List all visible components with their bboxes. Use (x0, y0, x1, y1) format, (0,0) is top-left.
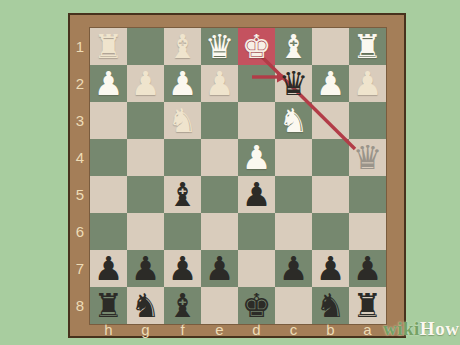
piece-bP-c7: ♟ (279, 250, 309, 287)
piece-bP-a7: ♟ (353, 250, 383, 287)
piece-wP-g2: ♟ (131, 65, 161, 102)
piece-bB-f5: ♝ (168, 176, 198, 213)
piece-bN-g8: ♞ (131, 287, 161, 324)
piece-bQ-c2: ♛ (279, 65, 309, 102)
square-c8 (275, 287, 312, 324)
square-h7: ♟ (90, 250, 127, 287)
piece-bB-f8: ♝ (168, 287, 198, 324)
rank-label-2: 2 (70, 65, 90, 102)
square-f5: ♝ (164, 176, 201, 213)
square-e6 (201, 213, 238, 250)
rank-label-7: 7 (70, 250, 90, 287)
square-c1: ♝ (275, 28, 312, 65)
piece-bP-d5: ♟ (242, 176, 272, 213)
square-e5 (201, 176, 238, 213)
square-d3 (238, 102, 275, 139)
square-f4 (164, 139, 201, 176)
square-g1 (127, 28, 164, 65)
square-a5 (349, 176, 386, 213)
square-a3 (349, 102, 386, 139)
piece-wP-e2: ♟ (205, 65, 235, 102)
piece-wQ-e1: ♛ (205, 28, 235, 65)
piece-bK-d8: ♚ (242, 287, 272, 324)
square-d2 (238, 65, 275, 102)
square-a2: ♟ (349, 65, 386, 102)
square-b6 (312, 213, 349, 250)
square-h8: ♜ (90, 287, 127, 324)
square-f6 (164, 213, 201, 250)
wikihow-watermark: wikiHow (383, 318, 459, 340)
square-a4: ♛ (349, 139, 386, 176)
piece-bP-b7: ♟ (316, 250, 346, 287)
rank-label-3: 3 (70, 102, 90, 139)
file-label-a: a (349, 323, 386, 337)
square-a6 (349, 213, 386, 250)
board-grid: ♜♝♛♚♝♜♟♟♟♟♛♟♟♞♞♟♛♝♟♟♟♟♟♟♟♟♜♞♝♚♞♜ (90, 28, 386, 324)
square-b3 (312, 102, 349, 139)
file-label-g: g (127, 323, 164, 337)
square-b7: ♟ (312, 250, 349, 287)
piece-wP-d4: ♟ (242, 139, 272, 176)
rank-label-6: 6 (70, 213, 90, 250)
square-d8: ♚ (238, 287, 275, 324)
rank-label-4: 4 (70, 139, 90, 176)
square-g4 (127, 139, 164, 176)
square-f8: ♝ (164, 287, 201, 324)
watermark-wiki-text: wiki (383, 318, 420, 339)
piece-bN-b8: ♞ (316, 287, 346, 324)
file-label-d: d (238, 323, 275, 337)
piece-bR-a8: ♜ (353, 287, 383, 324)
watermark-how-text: How (420, 318, 460, 339)
square-c7: ♟ (275, 250, 312, 287)
square-g3 (127, 102, 164, 139)
piece-bP-e7: ♟ (205, 250, 235, 287)
piece-wP-h2: ♟ (94, 65, 124, 102)
rank-label-1: 1 (70, 28, 90, 65)
piece-wN-c3: ♞ (279, 102, 309, 139)
piece-bP-f7: ♟ (168, 250, 198, 287)
square-h5 (90, 176, 127, 213)
square-e4 (201, 139, 238, 176)
piece-wB-f1: ♝ (168, 28, 198, 65)
square-e3 (201, 102, 238, 139)
square-f1: ♝ (164, 28, 201, 65)
piece-wP-f2: ♟ (168, 65, 198, 102)
piece-bP-h7: ♟ (94, 250, 124, 287)
wikihow-chess-illustration: 12345678 hgfedcba ♜♝♛♚♝♜♟♟♟♟♛♟♟♞♞♟♛♝♟♟♟♟… (0, 0, 460, 345)
piece-wR-h1: ♜ (94, 28, 124, 65)
square-e2: ♟ (201, 65, 238, 102)
file-label-h: h (90, 323, 127, 337)
ghost-piece-bQ-a4: ♛ (353, 139, 383, 176)
square-c2: ♛ (275, 65, 312, 102)
piece-wP-a2: ♟ (353, 65, 383, 102)
square-h6 (90, 213, 127, 250)
file-labels: hgfedcba (90, 323, 386, 337)
rank-label-8: 8 (70, 287, 90, 324)
square-c5 (275, 176, 312, 213)
square-g7: ♟ (127, 250, 164, 287)
square-h4 (90, 139, 127, 176)
piece-wR-a1: ♜ (353, 28, 383, 65)
square-h1: ♜ (90, 28, 127, 65)
square-e7: ♟ (201, 250, 238, 287)
square-c6 (275, 213, 312, 250)
square-d1: ♚ (238, 28, 275, 65)
square-g6 (127, 213, 164, 250)
file-label-f: f (164, 323, 201, 337)
square-b5 (312, 176, 349, 213)
square-b8: ♞ (312, 287, 349, 324)
square-e8 (201, 287, 238, 324)
square-d6 (238, 213, 275, 250)
square-g8: ♞ (127, 287, 164, 324)
square-f7: ♟ (164, 250, 201, 287)
square-d7 (238, 250, 275, 287)
square-f2: ♟ (164, 65, 201, 102)
rank-label-5: 5 (70, 176, 90, 213)
square-b1 (312, 28, 349, 65)
file-label-b: b (312, 323, 349, 337)
square-h2: ♟ (90, 65, 127, 102)
square-c4 (275, 139, 312, 176)
square-d5: ♟ (238, 176, 275, 213)
piece-wP-b2: ♟ (316, 65, 346, 102)
square-g5 (127, 176, 164, 213)
piece-wB-c1: ♝ (279, 28, 309, 65)
square-a7: ♟ (349, 250, 386, 287)
file-label-e: e (201, 323, 238, 337)
file-label-c: c (275, 323, 312, 337)
rank-labels: 12345678 (70, 28, 90, 324)
square-a8: ♜ (349, 287, 386, 324)
square-a1: ♜ (349, 28, 386, 65)
square-b4 (312, 139, 349, 176)
piece-bR-h8: ♜ (94, 287, 124, 324)
square-b2: ♟ (312, 65, 349, 102)
piece-wK-d1: ♚ (242, 28, 272, 65)
square-d4: ♟ (238, 139, 275, 176)
square-c3: ♞ (275, 102, 312, 139)
square-e1: ♛ (201, 28, 238, 65)
piece-wN-f3: ♞ (168, 102, 198, 139)
piece-bP-g7: ♟ (131, 250, 161, 287)
square-g2: ♟ (127, 65, 164, 102)
square-f3: ♞ (164, 102, 201, 139)
square-h3 (90, 102, 127, 139)
chess-board: 12345678 hgfedcba ♜♝♛♚♝♜♟♟♟♟♛♟♟♞♞♟♛♝♟♟♟♟… (68, 13, 406, 338)
